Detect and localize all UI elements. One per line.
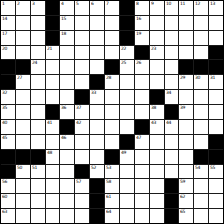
white-cell-r14c4[interactable] (46, 194, 60, 208)
white-cell-r12c12[interactable] (165, 165, 179, 179)
clue-number-42: 42 (76, 120, 81, 125)
clue-number-17: 17 (2, 31, 7, 36)
white-cell-r6c12[interactable] (165, 75, 179, 89)
white-cell-r9c14[interactable] (194, 120, 208, 134)
clue-number-43: 43 (151, 120, 156, 125)
white-cell-r7c12[interactable]: 34 (165, 90, 179, 104)
black-cell-r10c15 (209, 135, 223, 149)
black-cell-r15c12 (165, 209, 179, 223)
white-cell-r12c8[interactable]: 53 (105, 165, 119, 179)
white-cell-r4c3[interactable] (31, 46, 45, 60)
white-cell-r9c4[interactable]: 41 (46, 120, 60, 134)
white-cell-r9c2[interactable] (16, 120, 30, 134)
black-cell-r9c10 (135, 120, 149, 134)
white-cell-r3c8[interactable] (105, 31, 119, 45)
white-cell-r1c15[interactable]: 13 (209, 1, 223, 15)
white-cell-r12c4[interactable] (46, 165, 60, 179)
white-cell-r1c5[interactable]: 4 (60, 1, 74, 15)
white-cell-r8c13[interactable]: 39 (179, 105, 193, 119)
clue-number-62: 62 (180, 194, 185, 199)
white-cell-r7c3[interactable] (31, 90, 45, 104)
white-cell-r10c4[interactable] (46, 135, 60, 149)
white-cell-r12c7[interactable]: 52 (90, 165, 104, 179)
black-cell-r3c9 (120, 31, 134, 45)
clue-number-65: 65 (180, 209, 185, 214)
clue-number-57: 57 (76, 179, 81, 184)
white-cell-r7c1[interactable]: 32 (1, 90, 15, 104)
clue-number-60: 60 (2, 194, 7, 199)
white-cell-r6c2[interactable]: 27 (16, 75, 30, 89)
white-cell-r15c10[interactable] (135, 209, 149, 223)
white-cell-r5c7[interactable] (90, 60, 104, 74)
white-cell-r13c3[interactable] (31, 179, 45, 193)
clue-number-22: 22 (121, 46, 126, 51)
black-cell-r7c6 (75, 90, 89, 104)
white-cell-r12c3[interactable]: 51 (31, 165, 45, 179)
white-cell-r15c6[interactable] (75, 209, 89, 223)
white-cell-r13c15[interactable] (209, 179, 223, 193)
clue-number-8: 8 (136, 1, 138, 6)
white-cell-r1c7[interactable]: 6 (90, 1, 104, 15)
white-cell-r4c7[interactable] (90, 46, 104, 60)
clue-number-45: 45 (2, 135, 7, 140)
white-cell-r11c7[interactable] (90, 150, 104, 164)
white-cell-r8c1[interactable]: 35 (1, 105, 15, 119)
black-cell-r11c2 (16, 150, 30, 164)
white-cell-r12c13[interactable] (179, 165, 193, 179)
clue-number-21: 21 (47, 46, 52, 51)
clue-number-26: 26 (136, 60, 141, 65)
white-cell-r13c13[interactable]: 59 (179, 179, 193, 193)
white-cell-r4c6[interactable] (75, 46, 89, 60)
clue-number-31: 31 (210, 75, 215, 80)
white-cell-r7c4[interactable] (46, 90, 60, 104)
clue-number-20: 20 (2, 46, 7, 51)
clue-number-13: 13 (210, 1, 215, 6)
white-cell-r3c15[interactable] (209, 31, 223, 45)
black-cell-r12c1 (1, 165, 15, 179)
white-cell-r11c11[interactable] (150, 150, 164, 164)
clue-number-59: 59 (180, 179, 185, 184)
clue-number-33: 33 (91, 90, 96, 95)
clue-number-58: 58 (106, 179, 111, 184)
clue-number-48: 48 (47, 150, 52, 155)
clue-number-41: 41 (47, 120, 52, 125)
clue-number-51: 51 (32, 165, 37, 170)
clue-number-55: 55 (210, 165, 215, 170)
clue-number-7: 7 (106, 1, 108, 6)
white-cell-r4c8[interactable] (105, 46, 119, 60)
white-cell-r9c9[interactable] (120, 120, 134, 134)
black-cell-r5c1 (1, 60, 15, 74)
white-cell-r6c10[interactable] (135, 75, 149, 89)
white-cell-r13c14[interactable] (194, 179, 208, 193)
white-cell-r13c2[interactable] (16, 179, 30, 193)
white-cell-r13c10[interactable] (135, 179, 149, 193)
white-cell-r4c11[interactable]: 23 (150, 46, 164, 60)
white-cell-r3c2[interactable] (16, 31, 30, 45)
white-cell-r7c15[interactable] (209, 90, 223, 104)
white-cell-r11c10[interactable] (135, 150, 149, 164)
white-cell-r9c3[interactable] (31, 120, 45, 134)
white-cell-r5c4[interactable] (46, 60, 60, 74)
white-cell-r14c14[interactable] (194, 194, 208, 208)
clue-number-46: 46 (61, 135, 66, 140)
black-cell-r12c6 (75, 165, 89, 179)
white-cell-r10c3[interactable] (31, 135, 45, 149)
clue-number-36: 36 (61, 105, 66, 110)
white-cell-r6c9[interactable] (120, 75, 134, 89)
white-cell-r8c7[interactable] (90, 105, 104, 119)
white-cell-r12c14[interactable]: 54 (194, 165, 208, 179)
white-cell-r7c10[interactable] (135, 90, 149, 104)
clue-number-52: 52 (91, 165, 96, 170)
clue-number-19: 19 (136, 31, 141, 36)
white-cell-r14c10[interactable] (135, 194, 149, 208)
white-cell-r14c1[interactable]: 60 (1, 194, 15, 208)
clue-number-30: 30 (195, 75, 200, 80)
white-cell-r12c2[interactable]: 50 (16, 165, 30, 179)
white-cell-r9c15[interactable] (209, 120, 223, 134)
white-cell-r7c5[interactable] (60, 90, 74, 104)
white-cell-r15c15[interactable] (209, 209, 223, 223)
white-cell-r2c12[interactable] (165, 16, 179, 30)
white-cell-r13c11[interactable] (150, 179, 164, 193)
black-cell-r10c9 (120, 135, 134, 149)
white-cell-r13c1[interactable]: 56 (1, 179, 15, 193)
clue-number-27: 27 (17, 75, 22, 80)
white-cell-r1c8[interactable]: 7 (105, 1, 119, 15)
white-cell-r5c3[interactable]: 24 (31, 60, 45, 74)
white-cell-r9c1[interactable]: 40 (1, 120, 15, 134)
white-cell-r11c4[interactable]: 48 (46, 150, 60, 164)
black-cell-r6c1 (1, 75, 15, 89)
white-cell-r8c15[interactable] (209, 105, 223, 119)
white-cell-r15c13[interactable]: 65 (179, 209, 193, 223)
white-cell-r8c9[interactable] (120, 105, 134, 119)
white-cell-r1c10[interactable]: 8 (135, 1, 149, 15)
white-cell-r4c9[interactable]: 22 (120, 46, 134, 60)
white-cell-r8c8[interactable] (105, 105, 119, 119)
white-cell-r10c2[interactable] (16, 135, 30, 149)
black-cell-r9c5 (60, 120, 74, 134)
white-cell-r11c5[interactable] (60, 150, 74, 164)
clue-number-12: 12 (195, 1, 200, 6)
black-cell-r15c7 (90, 209, 104, 223)
white-cell-r11c9[interactable]: 49 (120, 150, 134, 164)
white-cell-r10c10[interactable]: 47 (135, 135, 149, 149)
white-cell-r1c14[interactable]: 12 (194, 1, 208, 15)
white-cell-r10c13[interactable] (179, 135, 193, 149)
white-cell-r2c13[interactable] (179, 16, 193, 30)
clue-number-11: 11 (180, 1, 185, 6)
white-cell-r11c13[interactable] (179, 150, 193, 164)
black-cell-r1c9 (120, 1, 134, 15)
black-cell-r14c12 (165, 194, 179, 208)
white-cell-r7c8[interactable] (105, 90, 119, 104)
clue-number-50: 50 (17, 165, 22, 170)
clue-number-61: 61 (106, 194, 111, 199)
black-cell-r5c8 (105, 60, 119, 74)
clue-number-32: 32 (2, 90, 7, 95)
white-cell-r15c9[interactable] (120, 209, 134, 223)
clue-number-35: 35 (2, 105, 7, 110)
black-cell-r5c15 (209, 60, 223, 74)
black-cell-r1c4 (46, 1, 60, 15)
clue-number-40: 40 (2, 120, 7, 125)
black-cell-r2c4 (46, 16, 60, 30)
white-cell-r5c9[interactable]: 25 (120, 60, 134, 74)
white-cell-r1c1[interactable]: 1 (1, 1, 15, 15)
white-cell-r14c9[interactable] (120, 194, 134, 208)
white-cell-r3c5[interactable]: 18 (60, 31, 74, 45)
white-cell-r8c10[interactable] (135, 105, 149, 119)
black-cell-r14c7 (90, 194, 104, 208)
white-cell-r14c11[interactable] (150, 194, 164, 208)
black-cell-r2c9 (120, 16, 134, 30)
white-cell-r15c1[interactable]: 63 (1, 209, 15, 223)
white-cell-r4c1[interactable]: 20 (1, 46, 15, 60)
black-cell-r4c10 (135, 46, 149, 60)
clue-number-14: 14 (2, 16, 7, 21)
white-cell-r4c14[interactable] (194, 46, 208, 60)
clue-number-4: 4 (61, 1, 63, 6)
clue-number-28: 28 (106, 75, 111, 80)
white-cell-r5c12[interactable] (165, 60, 179, 74)
white-cell-r9c11[interactable]: 43 (150, 120, 164, 134)
white-cell-r15c11[interactable] (150, 209, 164, 223)
white-cell-r15c4[interactable] (46, 209, 60, 223)
white-cell-r10c5[interactable]: 46 (60, 135, 74, 149)
white-cell-r5c5[interactable] (60, 60, 74, 74)
black-cell-r4c15 (209, 46, 223, 60)
white-cell-r10c6[interactable] (75, 135, 89, 149)
white-cell-r10c14[interactable] (194, 135, 208, 149)
white-cell-r4c4[interactable]: 21 (46, 46, 60, 60)
white-cell-r10c8[interactable] (105, 135, 119, 149)
white-cell-r3c1[interactable]: 17 (1, 31, 15, 45)
black-cell-r5c2 (16, 60, 30, 74)
black-cell-r8c12 (165, 105, 179, 119)
white-cell-r8c14[interactable] (194, 105, 208, 119)
clue-number-6: 6 (91, 1, 93, 6)
black-cell-r5c14 (194, 60, 208, 74)
white-cell-r10c1[interactable]: 45 (1, 135, 15, 149)
black-cell-r6c7 (90, 75, 104, 89)
clue-number-37: 37 (76, 105, 81, 110)
clue-number-5: 5 (76, 1, 78, 6)
clue-number-29: 29 (180, 75, 185, 80)
clue-number-63: 63 (2, 209, 7, 214)
white-cell-r2c2[interactable] (16, 16, 30, 30)
white-cell-r1c6[interactable]: 5 (75, 1, 89, 15)
white-cell-r2c6[interactable] (75, 16, 89, 30)
white-cell-r6c13[interactable]: 29 (179, 75, 193, 89)
black-cell-r11c8 (105, 150, 119, 164)
white-cell-r2c5[interactable]: 15 (60, 16, 74, 30)
white-cell-r12c9[interactable] (120, 165, 134, 179)
white-cell-r1c11[interactable]: 9 (150, 1, 164, 15)
clue-number-38: 38 (151, 105, 156, 110)
white-cell-r7c7[interactable]: 33 (90, 90, 104, 104)
white-cell-r12c11[interactable] (150, 165, 164, 179)
white-cell-r15c5[interactable] (60, 209, 74, 223)
white-cell-r7c2[interactable] (16, 90, 30, 104)
white-cell-r3c10[interactable]: 19 (135, 31, 149, 45)
white-cell-r4c13[interactable] (179, 46, 193, 60)
clue-number-34: 34 (166, 90, 171, 95)
white-cell-r3c12[interactable] (165, 31, 179, 45)
white-cell-r9c6[interactable]: 42 (75, 120, 89, 134)
white-cell-r10c12[interactable] (165, 135, 179, 149)
white-cell-r9c7[interactable] (90, 120, 104, 134)
black-cell-r11c1 (1, 150, 15, 164)
white-cell-r2c15[interactable] (209, 16, 223, 30)
white-cell-r8c3[interactable] (31, 105, 45, 119)
white-cell-r2c14[interactable] (194, 16, 208, 30)
white-cell-r8c2[interactable] (16, 105, 30, 119)
white-cell-r9c13[interactable] (179, 120, 193, 134)
white-cell-r12c15[interactable]: 55 (209, 165, 223, 179)
white-cell-r9c12[interactable]: 44 (165, 120, 179, 134)
white-cell-r6c6[interactable] (75, 75, 89, 89)
white-cell-r3c14[interactable] (194, 31, 208, 45)
white-cell-r6c8[interactable]: 28 (105, 75, 119, 89)
clue-number-24: 24 (32, 60, 37, 65)
white-cell-r12c10[interactable] (135, 165, 149, 179)
white-cell-r12c5[interactable] (60, 165, 74, 179)
black-cell-r7c11 (150, 90, 164, 104)
black-cell-r5c13 (179, 60, 193, 74)
white-cell-r14c13[interactable]: 62 (179, 194, 193, 208)
white-cell-r1c12[interactable]: 10 (165, 1, 179, 15)
black-cell-r8c4 (46, 105, 60, 119)
white-cell-r13c8[interactable]: 58 (105, 179, 119, 193)
white-cell-r9c8[interactable] (105, 120, 119, 134)
white-cell-r7c9[interactable] (120, 90, 134, 104)
white-cell-r13c5[interactable] (60, 179, 74, 193)
black-cell-r13c7 (90, 179, 104, 193)
white-cell-r14c5[interactable] (60, 194, 74, 208)
white-cell-r14c2[interactable] (16, 194, 30, 208)
white-cell-r14c3[interactable] (31, 194, 45, 208)
white-cell-r7c14[interactable] (194, 90, 208, 104)
white-cell-r5c10[interactable]: 26 (135, 60, 149, 74)
clue-number-2: 2 (17, 1, 19, 6)
white-cell-r5c11[interactable] (150, 60, 164, 74)
clue-number-44: 44 (166, 120, 171, 125)
white-cell-r7c13[interactable] (179, 90, 193, 104)
white-cell-r8c5[interactable]: 36 (60, 105, 74, 119)
white-cell-r5c6[interactable] (75, 60, 89, 74)
white-cell-r6c3[interactable] (31, 75, 45, 89)
white-cell-r4c2[interactable] (16, 46, 30, 60)
white-cell-r2c10[interactable]: 16 (135, 16, 149, 30)
clue-number-47: 47 (136, 135, 141, 140)
black-cell-r3c4 (46, 31, 60, 45)
clue-number-64: 64 (106, 209, 111, 214)
clue-number-3: 3 (32, 1, 34, 6)
clue-number-25: 25 (121, 60, 126, 65)
crossword-board: 1234567891011121314151617181920212223242… (0, 0, 224, 224)
white-cell-r15c8[interactable]: 64 (105, 209, 119, 223)
white-cell-r3c13[interactable] (179, 31, 193, 45)
white-cell-r15c3[interactable] (31, 209, 45, 223)
white-cell-r10c11[interactable] (150, 135, 164, 149)
white-cell-r3c6[interactable] (75, 31, 89, 45)
white-cell-r2c7[interactable] (90, 16, 104, 30)
clue-number-56: 56 (2, 179, 7, 184)
clue-number-39: 39 (180, 105, 185, 110)
white-cell-r13c4[interactable] (46, 179, 60, 193)
black-cell-r11c14 (194, 150, 208, 164)
white-cell-r6c4[interactable] (46, 75, 60, 89)
white-cell-r3c11[interactable] (150, 31, 164, 45)
white-cell-r6c5[interactable] (60, 75, 74, 89)
white-cell-r14c6[interactable] (75, 194, 89, 208)
white-cell-r14c15[interactable] (209, 194, 223, 208)
white-cell-r15c14[interactable] (194, 209, 208, 223)
white-cell-r3c7[interactable] (90, 31, 104, 45)
clue-number-1: 1 (2, 1, 4, 6)
clue-number-9: 9 (151, 1, 153, 6)
white-cell-r1c2[interactable]: 2 (16, 1, 30, 15)
white-cell-r6c11[interactable] (150, 75, 164, 89)
white-cell-r10c7[interactable] (90, 135, 104, 149)
white-cell-r8c11[interactable]: 38 (150, 105, 164, 119)
white-cell-r2c8[interactable] (105, 16, 119, 30)
black-cell-r13c12 (165, 179, 179, 193)
white-cell-r2c3[interactable] (31, 16, 45, 30)
white-cell-r13c6[interactable]: 57 (75, 179, 89, 193)
clue-number-15: 15 (61, 16, 66, 21)
clue-number-16: 16 (136, 16, 141, 21)
clue-number-10: 10 (166, 1, 171, 6)
clue-number-18: 18 (61, 31, 66, 36)
white-cell-r11c12[interactable] (165, 150, 179, 164)
white-cell-r4c12[interactable] (165, 46, 179, 60)
white-cell-r4c5[interactable] (60, 46, 74, 60)
white-cell-r3c3[interactable] (31, 31, 45, 45)
white-cell-r14c8[interactable]: 61 (105, 194, 119, 208)
white-cell-r13c9[interactable] (120, 179, 134, 193)
clue-number-49: 49 (121, 150, 126, 155)
clue-number-53: 53 (106, 165, 111, 170)
clue-number-54: 54 (195, 165, 200, 170)
white-cell-r2c11[interactable] (150, 16, 164, 30)
white-cell-r1c3[interactable]: 3 (31, 1, 45, 15)
clue-number-23: 23 (151, 46, 156, 51)
white-cell-r1c13[interactable]: 11 (179, 1, 193, 15)
black-cell-r11c15 (209, 150, 223, 164)
black-cell-r11c3 (31, 150, 45, 164)
white-cell-r11c6[interactable] (75, 150, 89, 164)
white-cell-r6c14[interactable]: 30 (194, 75, 208, 89)
white-cell-r2c1[interactable]: 14 (1, 16, 15, 30)
white-cell-r6c15[interactable]: 31 (209, 75, 223, 89)
white-cell-r15c2[interactable] (16, 209, 30, 223)
white-cell-r8c6[interactable]: 37 (75, 105, 89, 119)
